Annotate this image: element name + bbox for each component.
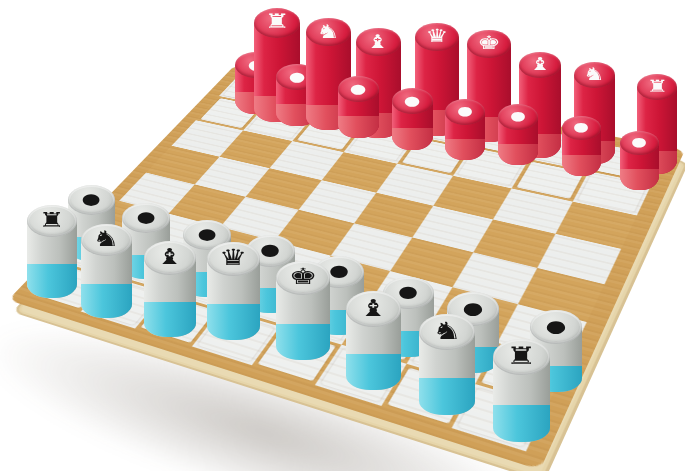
piece-symbol-pawn: ● xyxy=(197,226,216,241)
piece-red-pawn-c7[interactable]: ● xyxy=(338,76,379,138)
piece-symbol-king: ♚ xyxy=(477,34,500,52)
piece-symbol-pawn: ● xyxy=(631,136,647,149)
piece-silver-rook-h1[interactable]: ♜ xyxy=(493,339,550,442)
piece-silver-bishop-f1[interactable]: ♝ xyxy=(346,291,401,390)
piece-color-band xyxy=(207,304,260,340)
piece-color-band xyxy=(493,405,550,442)
piece-top-face: ♛ xyxy=(415,23,459,51)
piece-symbol-rook: ♜ xyxy=(646,78,668,95)
piece-symbol-rook: ♜ xyxy=(506,344,536,368)
piece-symbol-pawn: ● xyxy=(457,105,473,118)
piece-symbol-pawn: ● xyxy=(289,70,306,83)
piece-top-face: ♝ xyxy=(346,291,401,327)
piece-top-face: ♞ xyxy=(574,62,615,88)
piece-silver-rook-a1[interactable]: ♜ xyxy=(27,205,77,298)
piece-color-band xyxy=(81,284,132,318)
piece-symbol-pawn: ● xyxy=(136,209,155,224)
piece-symbol-pawn: ● xyxy=(398,284,418,300)
piece-symbol-pawn: ● xyxy=(350,82,367,95)
piece-silver-queen-d1[interactable]: ♛ xyxy=(207,242,260,340)
piece-top-face: ♜ xyxy=(637,74,677,100)
piece-symbol-pawn: ● xyxy=(573,121,589,134)
piece-top-face: ♝ xyxy=(144,241,196,275)
piece-symbol-bishop: ♝ xyxy=(529,55,551,73)
piece-red-pawn-h7[interactable]: ● xyxy=(620,131,659,190)
piece-symbol-rook: ♜ xyxy=(264,12,289,32)
piece-top-face: ♞ xyxy=(306,18,351,46)
piece-symbol-knight: ♞ xyxy=(92,228,120,250)
piece-silver-knight-g1[interactable]: ♞ xyxy=(419,314,475,415)
piece-top-face: ♜ xyxy=(254,8,300,38)
piece-symbol-pawn: ● xyxy=(510,110,526,123)
piece-top-face: ● xyxy=(562,116,601,140)
piece-red-pawn-f7[interactable]: ● xyxy=(498,104,538,165)
piece-symbol-rook: ♜ xyxy=(39,209,66,230)
piece-silver-bishop-c1[interactable]: ♝ xyxy=(144,241,196,337)
piece-symbol-knight: ♞ xyxy=(316,21,340,40)
piece-symbol-bishop: ♝ xyxy=(366,31,390,50)
piece-color-band xyxy=(338,116,379,138)
piece-red-pawn-e7[interactable]: ● xyxy=(445,99,485,160)
chess-photo-scene: ●♜●♞♛♝●♚●♝●♞●♜●●●●●♜●♞●♝♛●♚●♝●♞♜ xyxy=(0,0,685,471)
piece-color-band xyxy=(346,354,401,390)
piece-symbol-knight: ♞ xyxy=(583,65,605,83)
piece-symbol-king: ♚ xyxy=(289,266,318,288)
piece-silver-king-e1[interactable]: ♚ xyxy=(276,261,330,360)
piece-top-face: ♚ xyxy=(276,261,330,295)
piece-silver-knight-b1[interactable]: ♞ xyxy=(81,224,132,318)
piece-symbol-pawn: ● xyxy=(260,242,280,258)
piece-symbol-pawn: ● xyxy=(404,94,421,107)
piece-symbol-queen: ♛ xyxy=(219,247,248,269)
piece-color-band xyxy=(392,128,433,150)
piece-color-band xyxy=(445,139,485,160)
piece-top-face: ● xyxy=(392,88,433,114)
piece-top-face: ● xyxy=(620,131,659,155)
piece-top-face: ● xyxy=(445,99,485,125)
piece-color-band xyxy=(620,169,659,190)
piece-symbol-queen: ♛ xyxy=(425,27,448,45)
piece-color-band xyxy=(276,324,330,360)
piece-top-face: ♞ xyxy=(419,314,475,350)
piece-symbol-pawn: ● xyxy=(329,263,349,279)
piece-color-band xyxy=(562,155,601,176)
piece-color-band xyxy=(419,378,475,415)
piece-symbol-knight: ♞ xyxy=(432,319,462,343)
piece-top-face: ♞ xyxy=(81,224,132,256)
piece-red-pawn-g7[interactable]: ● xyxy=(562,116,601,176)
piece-color-band xyxy=(144,302,196,337)
piece-top-face: ♚ xyxy=(467,30,511,58)
piece-top-face: ♝ xyxy=(356,28,401,56)
piece-top-face: ♜ xyxy=(493,339,550,375)
piece-top-face: ● xyxy=(338,76,379,102)
piece-color-band xyxy=(27,264,77,298)
piece-symbol-bishop: ♝ xyxy=(358,296,388,319)
piece-color-band xyxy=(498,144,538,165)
piece-symbol-pawn: ● xyxy=(81,191,100,206)
piece-red-pawn-d7[interactable]: ● xyxy=(392,88,433,150)
piece-top-face: ♛ xyxy=(207,242,260,276)
piece-top-face: ♜ xyxy=(27,205,77,237)
piece-top-face: ● xyxy=(498,104,538,130)
piece-top-face: ♝ xyxy=(519,52,561,78)
piece-symbol-pawn: ● xyxy=(546,318,567,335)
piece-symbol-bishop: ♝ xyxy=(156,246,184,268)
